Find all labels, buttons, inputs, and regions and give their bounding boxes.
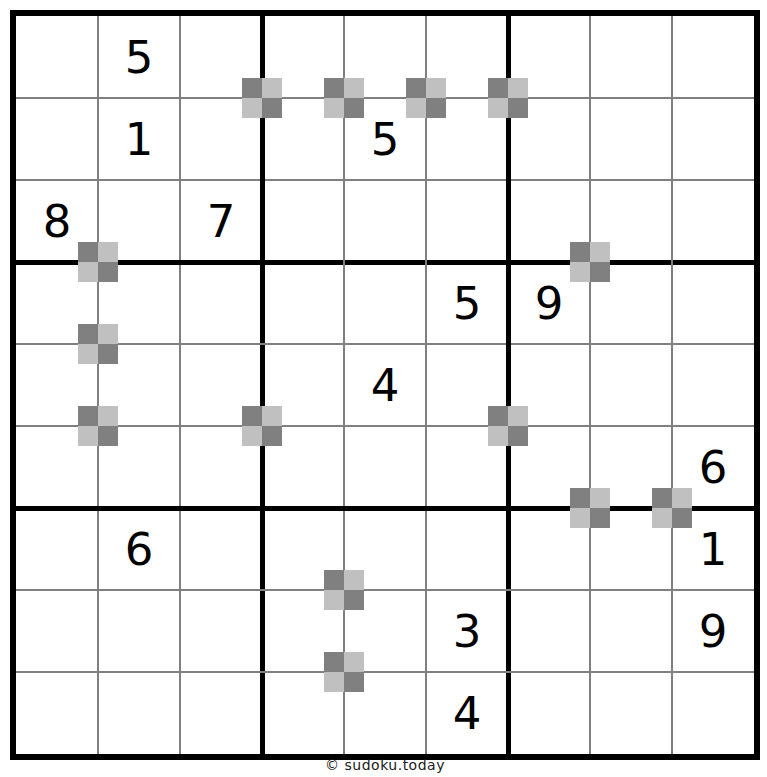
cell-r8c5[interactable]	[344, 590, 426, 672]
cell-r1c1[interactable]	[16, 16, 98, 98]
cell-r1c9[interactable]	[672, 16, 754, 98]
cell-r1c2[interactable]: 5	[98, 16, 180, 98]
cell-r5c5[interactable]: 4	[344, 344, 426, 426]
cell-r9c8[interactable]	[590, 672, 672, 754]
cell-r9c1[interactable]	[16, 672, 98, 754]
cell-r1c6[interactable]	[426, 16, 508, 98]
cell-r3c2[interactable]	[98, 180, 180, 262]
cell-r6c5[interactable]	[344, 426, 426, 508]
given-digit: 5	[371, 117, 400, 162]
cell-r7c4[interactable]	[262, 508, 344, 590]
cell-r9c2[interactable]	[98, 672, 180, 754]
cell-r6c9[interactable]: 6	[672, 426, 754, 508]
cell-r8c8[interactable]	[590, 590, 672, 672]
cell-r5c3[interactable]	[180, 344, 262, 426]
copyright-text: © sudoku.today	[10, 757, 760, 773]
cell-r7c9[interactable]: 1	[672, 508, 754, 590]
given-digit: 1	[699, 527, 728, 572]
cell-r4c9[interactable]	[672, 262, 754, 344]
given-digit: 9	[699, 609, 728, 654]
cell-r6c1[interactable]	[16, 426, 98, 508]
given-digit: 4	[453, 691, 482, 736]
cell-r8c3[interactable]	[180, 590, 262, 672]
cell-r6c4[interactable]	[262, 426, 344, 508]
cell-r5c8[interactable]	[590, 344, 672, 426]
cell-r4c6[interactable]: 5	[426, 262, 508, 344]
cell-r5c4[interactable]	[262, 344, 344, 426]
given-digit: 7	[207, 199, 236, 244]
cell-r2c5[interactable]: 5	[344, 98, 426, 180]
cell-r5c7[interactable]	[508, 344, 590, 426]
cell-r6c2[interactable]	[98, 426, 180, 508]
cell-r8c9[interactable]: 9	[672, 590, 754, 672]
cell-r8c2[interactable]	[98, 590, 180, 672]
cell-r7c5[interactable]	[344, 508, 426, 590]
sudoku-board: 51587594661394	[10, 10, 760, 760]
given-digit: 5	[453, 281, 482, 326]
given-digit: 9	[535, 281, 564, 326]
cell-r3c8[interactable]	[590, 180, 672, 262]
cell-r1c4[interactable]	[262, 16, 344, 98]
cell-r3c3[interactable]: 7	[180, 180, 262, 262]
cell-r4c8[interactable]	[590, 262, 672, 344]
cell-r8c1[interactable]	[16, 590, 98, 672]
cell-r6c3[interactable]	[180, 426, 262, 508]
cell-r2c3[interactable]	[180, 98, 262, 180]
cell-r9c4[interactable]	[262, 672, 344, 754]
cell-r6c7[interactable]	[508, 426, 590, 508]
given-digit: 5	[125, 35, 154, 80]
cell-r7c8[interactable]	[590, 508, 672, 590]
cell-r7c6[interactable]	[426, 508, 508, 590]
cell-r4c5[interactable]	[344, 262, 426, 344]
cell-r7c1[interactable]	[16, 508, 98, 590]
given-digit: 3	[453, 609, 482, 654]
cell-r2c9[interactable]	[672, 98, 754, 180]
cell-r8c6[interactable]: 3	[426, 590, 508, 672]
given-digit: 6	[699, 445, 728, 490]
cell-r2c8[interactable]	[590, 98, 672, 180]
cell-r2c1[interactable]	[16, 98, 98, 180]
cell-r9c7[interactable]	[508, 672, 590, 754]
cell-r4c7[interactable]: 9	[508, 262, 590, 344]
cell-r7c7[interactable]	[508, 508, 590, 590]
cell-r5c6[interactable]	[426, 344, 508, 426]
cell-r4c2[interactable]	[98, 262, 180, 344]
cell-r5c1[interactable]	[16, 344, 98, 426]
cell-r6c8[interactable]	[590, 426, 672, 508]
cell-r2c7[interactable]	[508, 98, 590, 180]
cell-r3c9[interactable]	[672, 180, 754, 262]
cell-r4c1[interactable]	[16, 262, 98, 344]
cell-r1c5[interactable]	[344, 16, 426, 98]
cell-r3c7[interactable]	[508, 180, 590, 262]
cell-r2c6[interactable]	[426, 98, 508, 180]
cell-r8c7[interactable]	[508, 590, 590, 672]
cell-r9c6[interactable]: 4	[426, 672, 508, 754]
cell-r2c2[interactable]: 1	[98, 98, 180, 180]
given-digit: 6	[125, 527, 154, 572]
given-digit: 4	[371, 363, 400, 408]
cell-r2c4[interactable]	[262, 98, 344, 180]
cell-r7c3[interactable]	[180, 508, 262, 590]
cell-r5c9[interactable]	[672, 344, 754, 426]
cell-r3c4[interactable]	[262, 180, 344, 262]
cell-r1c7[interactable]	[508, 16, 590, 98]
cell-r8c4[interactable]	[262, 590, 344, 672]
cell-r1c8[interactable]	[590, 16, 672, 98]
cell-r1c3[interactable]	[180, 16, 262, 98]
cell-r5c2[interactable]	[98, 344, 180, 426]
cell-r9c5[interactable]	[344, 672, 426, 754]
cell-r6c6[interactable]	[426, 426, 508, 508]
cell-r3c5[interactable]	[344, 180, 426, 262]
cell-r3c6[interactable]	[426, 180, 508, 262]
cell-r3c1[interactable]: 8	[16, 180, 98, 262]
given-digit: 1	[125, 117, 154, 162]
sudoku-grid: 51587594661394	[16, 16, 754, 754]
cell-r4c3[interactable]	[180, 262, 262, 344]
cell-r9c3[interactable]	[180, 672, 262, 754]
cell-r7c2[interactable]: 6	[98, 508, 180, 590]
given-digit: 8	[43, 199, 72, 244]
cell-r4c4[interactable]	[262, 262, 344, 344]
cell-r9c9[interactable]	[672, 672, 754, 754]
